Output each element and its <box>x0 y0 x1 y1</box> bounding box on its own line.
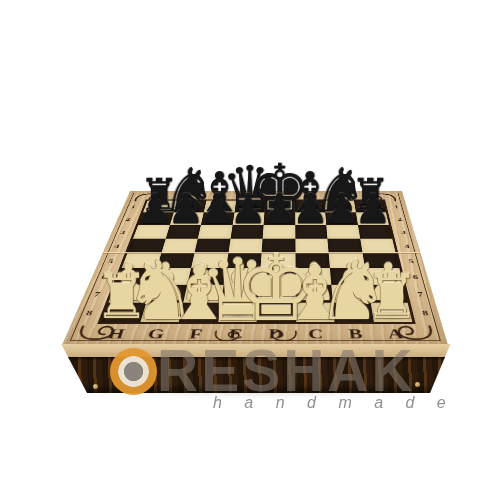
hinge-pin-icon <box>415 382 420 387</box>
board-square <box>234 201 265 213</box>
hinge-pin-icon <box>93 384 98 389</box>
board-square <box>324 201 355 213</box>
board-square <box>173 201 206 213</box>
board-square <box>295 268 331 285</box>
rank-label: 5 <box>408 258 415 264</box>
board-square <box>146 285 187 303</box>
board-square <box>295 212 326 225</box>
board-square <box>257 303 296 322</box>
board-square <box>330 268 367 285</box>
rank-label: 7 <box>93 291 101 298</box>
file-label: H <box>106 328 127 341</box>
board-square <box>326 225 360 238</box>
rank-label: 1 <box>394 205 400 209</box>
rank-label: 3 <box>400 230 406 235</box>
board-square <box>263 225 295 238</box>
board-square <box>264 212 295 225</box>
board-square <box>331 285 370 303</box>
board-square <box>187 268 225 285</box>
board-square <box>295 201 325 213</box>
product-photo-stage: HGFEDCBA 1122334455667788 ♜♞♝♛♚♝♞♜♟♟♟♟♟♟… <box>0 0 500 500</box>
board-square <box>223 268 260 285</box>
rank-label: 6 <box>100 274 108 280</box>
rank-label: 6 <box>412 274 419 280</box>
rank-label: 4 <box>404 244 410 249</box>
board-square <box>221 285 260 303</box>
board-square <box>367 285 407 303</box>
box-front-face <box>58 344 452 393</box>
board-square <box>370 303 412 322</box>
board-square <box>258 285 295 303</box>
rank-label: 7 <box>417 291 424 298</box>
board-square <box>358 225 393 238</box>
board-square <box>354 201 386 213</box>
board-square <box>260 253 295 268</box>
board-square <box>295 285 333 303</box>
board-square <box>151 268 191 285</box>
board-square <box>161 238 198 252</box>
board-square <box>183 285 223 303</box>
board-square <box>259 268 295 285</box>
board-square <box>128 238 166 252</box>
board-square <box>329 253 365 268</box>
board-square <box>295 225 327 238</box>
board-square <box>295 253 330 268</box>
board-square <box>201 212 234 225</box>
rank-label: 2 <box>397 217 403 222</box>
rank-label: 4 <box>113 244 120 249</box>
board-square <box>133 225 170 238</box>
board-square <box>101 303 146 322</box>
board-square <box>195 238 231 252</box>
board-square <box>325 212 357 225</box>
board-square <box>170 212 204 225</box>
board-square <box>232 212 264 225</box>
rank-label: 1 <box>130 205 136 209</box>
rank-label: 3 <box>119 230 126 235</box>
file-label: C <box>308 328 324 341</box>
board-square <box>333 303 374 322</box>
ground-shadow <box>75 387 435 397</box>
file-label: E <box>228 328 243 341</box>
board-square <box>226 253 262 268</box>
file-label: D <box>268 328 283 341</box>
rank-label: 5 <box>107 258 114 264</box>
board-square <box>362 253 399 268</box>
board-square <box>108 285 151 303</box>
file-label: B <box>348 328 363 341</box>
board-square <box>140 303 183 322</box>
board-square <box>198 225 232 238</box>
board-square <box>218 303 258 322</box>
board-square <box>262 238 296 252</box>
board-square <box>365 268 404 285</box>
chess-board: HGFEDCBA 1122334455667788 <box>62 191 448 345</box>
board-square <box>115 268 156 285</box>
board-square <box>228 238 263 252</box>
box-top-half-edge <box>58 344 452 358</box>
board-square <box>264 201 294 213</box>
board-square <box>295 303 334 322</box>
rank-label: 8 <box>421 310 429 317</box>
board-square <box>204 201 236 213</box>
board-square <box>191 253 228 268</box>
board-square <box>138 212 173 225</box>
rank-label: 8 <box>85 310 94 317</box>
board-square <box>230 225 263 238</box>
board-square <box>327 238 362 252</box>
board-square <box>143 201 177 213</box>
board-square <box>179 303 221 322</box>
board-square <box>360 238 396 252</box>
board-square <box>122 253 161 268</box>
board-square <box>165 225 200 238</box>
board-square <box>156 253 194 268</box>
file-label: G <box>146 328 166 341</box>
board-grid <box>97 199 415 323</box>
rank-label: 2 <box>125 217 131 222</box>
file-label: A <box>387 328 405 341</box>
board-square <box>356 212 389 225</box>
board-square <box>295 238 329 252</box>
file-label: F <box>188 328 203 341</box>
